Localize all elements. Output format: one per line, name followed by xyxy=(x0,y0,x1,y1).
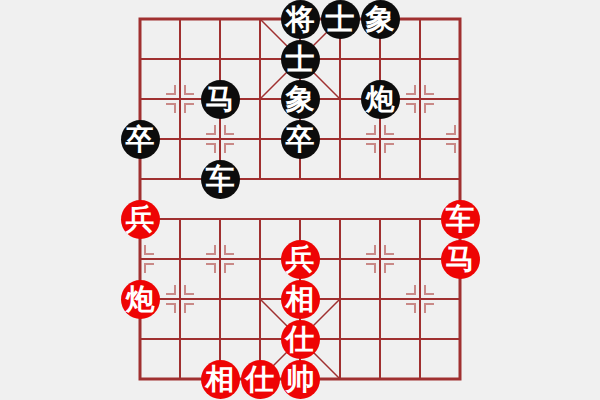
piece-red-general[interactable]: 帅 xyxy=(281,360,320,399)
board-point-2-9: 相 xyxy=(200,359,240,399)
board-point-4-8: 仕 xyxy=(280,319,320,359)
board-point-8-5: 车 xyxy=(440,199,480,239)
piece-black-elephant-1[interactable]: 象 xyxy=(361,0,400,39)
piece-black-general[interactable]: 将 xyxy=(281,0,320,39)
board-point-0-7: 炮 xyxy=(120,279,160,319)
piece-black-elephant-2[interactable]: 象 xyxy=(281,80,320,119)
board-point-0-3: 卒 xyxy=(120,119,160,159)
board-point-8-6: 马 xyxy=(440,239,480,279)
piece-red-elephant-2[interactable]: 相 xyxy=(201,360,240,399)
board-point-4-6: 兵 xyxy=(280,239,320,279)
piece-red-cannon[interactable]: 炮 xyxy=(121,280,160,319)
board-point-4-7: 相 xyxy=(280,279,320,319)
board-point-4-9: 帅 xyxy=(280,359,320,399)
board-point-2-4: 车 xyxy=(200,159,240,199)
piece-red-soldier-1[interactable]: 兵 xyxy=(121,200,160,239)
piece-black-horse[interactable]: 马 xyxy=(201,80,240,119)
piece-red-elephant-1[interactable]: 相 xyxy=(281,280,320,319)
piece-black-soldier-2[interactable]: 卒 xyxy=(281,120,320,159)
board-point-4-2: 象 xyxy=(280,79,320,119)
board-point-4-1: 士 xyxy=(280,39,320,79)
board-point-2-2: 马 xyxy=(200,79,240,119)
board-point-6-0: 象 xyxy=(360,0,400,39)
xiangqi-board: 将士象士马象炮卒卒车兵车兵马炮相仕相仕帅 xyxy=(120,0,480,399)
piece-red-advisor-2[interactable]: 仕 xyxy=(241,360,280,399)
board-point-0-5: 兵 xyxy=(120,199,160,239)
board-point-4-3: 卒 xyxy=(280,119,320,159)
board-point-5-0: 士 xyxy=(320,0,360,39)
board-point-4-0: 将 xyxy=(280,0,320,39)
piece-red-advisor-1[interactable]: 仕 xyxy=(281,320,320,359)
piece-black-cannon[interactable]: 炮 xyxy=(361,80,400,119)
piece-red-soldier-2[interactable]: 兵 xyxy=(281,240,320,279)
piece-black-advisor-1[interactable]: 士 xyxy=(321,0,360,39)
board-point-6-2: 炮 xyxy=(360,79,400,119)
piece-red-chariot[interactable]: 车 xyxy=(441,200,480,239)
xiangqi-board-container: 将士象士马象炮卒卒车兵车兵马炮相仕相仕帅 xyxy=(0,0,600,400)
piece-black-chariot[interactable]: 车 xyxy=(201,160,240,199)
piece-red-horse[interactable]: 马 xyxy=(441,240,480,279)
board-point-3-9: 仕 xyxy=(240,359,280,399)
piece-black-advisor-2[interactable]: 士 xyxy=(281,40,320,79)
piece-black-soldier-1[interactable]: 卒 xyxy=(121,120,160,159)
